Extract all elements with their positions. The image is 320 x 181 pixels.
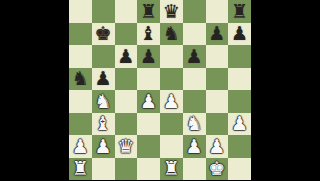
piece-white-king[interactable]: ♚ xyxy=(208,159,225,178)
square-g7[interactable]: ♟ xyxy=(206,23,229,46)
piece-white-pawn[interactable]: ♟ xyxy=(186,136,203,155)
chess-board[interactable]: ♜♛♜♚♝♞♟♟♟♟♟♞♟♞♟♟♝♞♟♟♟♛♟♟♜♜♚ xyxy=(69,0,251,180)
square-e5[interactable] xyxy=(160,68,183,91)
square-g1[interactable]: ♚ xyxy=(206,158,229,181)
square-d4[interactable]: ♟ xyxy=(137,90,160,113)
square-f3[interactable]: ♞ xyxy=(183,113,206,136)
square-b2[interactable]: ♟ xyxy=(92,135,115,158)
piece-black-pawn[interactable]: ♟ xyxy=(186,46,203,65)
square-d3[interactable] xyxy=(137,113,160,136)
square-b1[interactable] xyxy=(92,158,115,181)
square-g5[interactable] xyxy=(206,68,229,91)
square-g2[interactable]: ♟ xyxy=(206,135,229,158)
video-frame: ♜♛♜♚♝♞♟♟♟♟♟♞♟♞♟♟♝♞♟♟♟♛♟♟♜♜♚ xyxy=(0,0,320,180)
piece-white-rook[interactable]: ♜ xyxy=(163,159,180,178)
piece-white-bishop[interactable]: ♝ xyxy=(95,114,112,133)
piece-black-rook[interactable]: ♜ xyxy=(231,1,248,20)
square-g6[interactable] xyxy=(206,45,229,68)
piece-white-pawn[interactable]: ♟ xyxy=(95,136,112,155)
square-a1[interactable]: ♜ xyxy=(69,158,92,181)
piece-black-pawn[interactable]: ♟ xyxy=(95,69,112,88)
square-h2[interactable] xyxy=(228,135,251,158)
piece-white-rook[interactable]: ♜ xyxy=(72,159,89,178)
square-d2[interactable] xyxy=(137,135,160,158)
square-c5[interactable] xyxy=(115,68,138,91)
square-f6[interactable]: ♟ xyxy=(183,45,206,68)
piece-black-knight[interactable]: ♞ xyxy=(72,69,89,88)
square-e1[interactable]: ♜ xyxy=(160,158,183,181)
letterbox-right xyxy=(251,0,320,180)
square-h5[interactable] xyxy=(228,68,251,91)
piece-white-knight[interactable]: ♞ xyxy=(95,91,112,110)
square-f4[interactable] xyxy=(183,90,206,113)
square-a8[interactable] xyxy=(69,0,92,23)
piece-white-pawn[interactable]: ♟ xyxy=(140,91,157,110)
square-e7[interactable]: ♞ xyxy=(160,23,183,46)
square-h8[interactable]: ♜ xyxy=(228,0,251,23)
piece-white-pawn[interactable]: ♟ xyxy=(231,114,248,133)
square-a6[interactable] xyxy=(69,45,92,68)
piece-black-knight[interactable]: ♞ xyxy=(163,24,180,43)
square-e4[interactable]: ♟ xyxy=(160,90,183,113)
square-b6[interactable] xyxy=(92,45,115,68)
square-g8[interactable] xyxy=(206,0,229,23)
square-a2[interactable]: ♟ xyxy=(69,135,92,158)
piece-black-rook[interactable]: ♜ xyxy=(140,1,157,20)
square-d5[interactable] xyxy=(137,68,160,91)
square-e3[interactable] xyxy=(160,113,183,136)
square-h4[interactable] xyxy=(228,90,251,113)
piece-black-queen[interactable]: ♛ xyxy=(163,1,180,20)
square-f5[interactable] xyxy=(183,68,206,91)
piece-black-bishop[interactable]: ♝ xyxy=(140,24,157,43)
square-g3[interactable] xyxy=(206,113,229,136)
piece-black-king[interactable]: ♚ xyxy=(95,24,112,43)
square-b3[interactable]: ♝ xyxy=(92,113,115,136)
square-c4[interactable] xyxy=(115,90,138,113)
square-b5[interactable]: ♟ xyxy=(92,68,115,91)
square-f2[interactable]: ♟ xyxy=(183,135,206,158)
square-d7[interactable]: ♝ xyxy=(137,23,160,46)
square-h7[interactable]: ♟ xyxy=(228,23,251,46)
square-d8[interactable]: ♜ xyxy=(137,0,160,23)
square-c7[interactable] xyxy=(115,23,138,46)
square-d6[interactable]: ♟ xyxy=(137,45,160,68)
square-b7[interactable]: ♚ xyxy=(92,23,115,46)
square-a5[interactable]: ♞ xyxy=(69,68,92,91)
square-c1[interactable] xyxy=(115,158,138,181)
square-c6[interactable]: ♟ xyxy=(115,45,138,68)
piece-white-queen[interactable]: ♛ xyxy=(117,136,134,155)
square-a4[interactable] xyxy=(69,90,92,113)
square-h1[interactable] xyxy=(228,158,251,181)
square-d1[interactable] xyxy=(137,158,160,181)
piece-white-knight[interactable]: ♞ xyxy=(186,114,203,133)
piece-white-pawn[interactable]: ♟ xyxy=(72,136,89,155)
square-e6[interactable] xyxy=(160,45,183,68)
piece-black-pawn[interactable]: ♟ xyxy=(208,24,225,43)
square-f1[interactable] xyxy=(183,158,206,181)
piece-black-pawn[interactable]: ♟ xyxy=(117,46,134,65)
square-e2[interactable] xyxy=(160,135,183,158)
square-b4[interactable]: ♞ xyxy=(92,90,115,113)
square-f8[interactable] xyxy=(183,0,206,23)
square-f7[interactable] xyxy=(183,23,206,46)
piece-white-pawn[interactable]: ♟ xyxy=(208,136,225,155)
square-c3[interactable] xyxy=(115,113,138,136)
square-c8[interactable] xyxy=(115,0,138,23)
square-h6[interactable] xyxy=(228,45,251,68)
square-e8[interactable]: ♛ xyxy=(160,0,183,23)
piece-white-pawn[interactable]: ♟ xyxy=(163,91,180,110)
letterbox-left xyxy=(0,0,69,180)
square-g4[interactable] xyxy=(206,90,229,113)
square-a7[interactable] xyxy=(69,23,92,46)
square-h3[interactable]: ♟ xyxy=(228,113,251,136)
square-c2[interactable]: ♛ xyxy=(115,135,138,158)
square-b8[interactable] xyxy=(92,0,115,23)
piece-black-pawn[interactable]: ♟ xyxy=(231,24,248,43)
square-a3[interactable] xyxy=(69,113,92,136)
piece-black-pawn[interactable]: ♟ xyxy=(140,46,157,65)
